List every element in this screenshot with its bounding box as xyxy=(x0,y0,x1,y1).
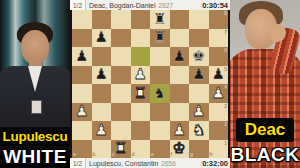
piece-black-rook: ♜ xyxy=(153,11,166,26)
piece-black-pawn: ♟ xyxy=(212,67,225,82)
square-e6[interactable] xyxy=(150,47,170,66)
square-b4[interactable] xyxy=(92,84,112,103)
square-d6[interactable] xyxy=(131,47,151,66)
square-h5[interactable]: ♟5 xyxy=(209,66,229,85)
black-player-rating: 2627 xyxy=(159,2,173,9)
square-c8[interactable] xyxy=(111,10,131,29)
square-d5[interactable]: ♟ xyxy=(131,66,151,85)
square-b5[interactable]: ♟ xyxy=(92,66,112,85)
square-h7[interactable]: 7 xyxy=(209,29,229,48)
square-c7[interactable] xyxy=(111,29,131,48)
square-e5[interactable] xyxy=(150,66,170,85)
piece-white-pawn: ♟ xyxy=(192,104,205,119)
file-label-b: b xyxy=(93,152,96,157)
square-h4[interactable]: ♟4 xyxy=(209,84,229,103)
rank-label-5: 5 xyxy=(224,67,227,72)
square-g2[interactable]: ♞ xyxy=(189,121,209,140)
fist-shape xyxy=(269,24,286,42)
piece-black-pawn: ♟ xyxy=(95,67,108,82)
square-b1[interactable]: b xyxy=(92,140,112,159)
rank-label-6: 6 xyxy=(224,48,227,53)
square-a2[interactable] xyxy=(72,121,92,140)
piece-white-knight: ♞ xyxy=(192,122,205,137)
white-label-text: WHITE xyxy=(3,146,67,168)
square-e7[interactable]: ♜ xyxy=(150,29,170,48)
black-score-badge: 1/2 xyxy=(70,0,86,10)
square-e8[interactable]: ♜ xyxy=(150,10,170,29)
square-e3[interactable] xyxy=(150,103,170,122)
piece-black-pawn: ♟ xyxy=(192,67,205,82)
badge-shape xyxy=(31,100,42,114)
piece-white-rook: ♜ xyxy=(134,85,147,100)
square-a8[interactable] xyxy=(72,10,92,29)
square-d2[interactable] xyxy=(131,121,151,140)
square-e1[interactable]: e xyxy=(150,140,170,159)
piece-white-pawn: ♟ xyxy=(134,67,147,82)
piece-white-rook: ♜ xyxy=(114,141,127,156)
board-frame: ♜8♟♜7♟♟♚6♟♟♟♟5♜♞♟4♟♟3♟♟♞2ab♜cde♚fg1h xyxy=(70,10,230,158)
square-d4[interactable]: ♜ xyxy=(131,84,151,103)
square-d3[interactable] xyxy=(131,103,151,122)
white-score-badge: 1/2 xyxy=(70,158,86,168)
piece-black-rook: ♜ xyxy=(153,30,166,45)
face-shape xyxy=(21,30,49,64)
square-c4[interactable] xyxy=(111,84,131,103)
rank-label-7: 7 xyxy=(224,30,227,35)
broadcast-thumbnail: Lupulescu WHITE 1/2 Deac, Bogdan-Daniel … xyxy=(0,0,300,168)
square-b8[interactable] xyxy=(92,10,112,29)
square-g3[interactable]: ♟ xyxy=(189,103,209,122)
file-label-a: a xyxy=(73,152,76,157)
black-label-text: BLACK xyxy=(231,144,300,166)
square-h2[interactable]: 2 xyxy=(209,121,229,140)
piece-white-pawn: ♟ xyxy=(212,85,225,100)
white-player-panel: Lupulescu WHITE xyxy=(0,0,70,168)
black-player-name-banner: Deac xyxy=(236,118,294,142)
square-a6[interactable]: ♟ xyxy=(72,47,92,66)
rank-label-3: 3 xyxy=(224,104,227,109)
black-label-banner: BLACK xyxy=(230,142,300,168)
white-player-rating: 2656 xyxy=(161,160,175,167)
square-h3[interactable]: 3 xyxy=(209,103,229,122)
square-g5[interactable]: ♟ xyxy=(189,66,209,85)
black-player-clock: 0:30:54 xyxy=(202,1,228,10)
file-label-f: f xyxy=(171,152,173,157)
square-g4[interactable] xyxy=(189,84,209,103)
piece-white-pawn: ♟ xyxy=(95,122,108,137)
white-label-banner: WHITE xyxy=(0,146,70,168)
piece-black-pawn: ♟ xyxy=(173,48,186,63)
square-f2[interactable]: ♟ xyxy=(170,121,190,140)
piece-black-knight: ♞ xyxy=(153,85,166,100)
piece-white-king: ♚ xyxy=(173,141,186,156)
white-player-scorebar: 1/2 Lupulescu, Constantin 2656 0:32:00 xyxy=(70,158,230,168)
square-f4[interactable] xyxy=(170,84,190,103)
square-g1[interactable]: g xyxy=(189,140,209,159)
square-c2[interactable] xyxy=(111,121,131,140)
square-b3[interactable] xyxy=(92,103,112,122)
file-label-d: d xyxy=(132,152,135,157)
piece-black-king: ♚ xyxy=(192,48,205,63)
black-player-scorebar: 1/2 Deac, Bogdan-Daniel 2627 0:30:54 xyxy=(70,0,230,10)
rank-label-4: 4 xyxy=(224,85,227,90)
file-label-g: g xyxy=(190,152,193,157)
piece-white-pawn: ♟ xyxy=(173,122,186,137)
square-c1[interactable]: ♜c xyxy=(111,140,131,159)
white-player-name-text: Lupulescu xyxy=(3,129,68,144)
square-f7[interactable] xyxy=(170,29,190,48)
square-h1[interactable]: 1h xyxy=(209,140,229,159)
square-a1[interactable]: a xyxy=(72,140,92,159)
chess-board: ♜8♟♜7♟♟♚6♟♟♟♟5♜♞♟4♟♟3♟♟♞2ab♜cde♚fg1h xyxy=(72,10,228,158)
square-f1[interactable]: ♚f xyxy=(170,140,190,159)
file-label-c: c xyxy=(112,152,115,157)
square-c5[interactable] xyxy=(111,66,131,85)
white-player-clock: 0:32:00 xyxy=(202,159,228,168)
square-c6[interactable] xyxy=(111,47,131,66)
rank-label-1: 1 xyxy=(224,141,227,146)
square-a3[interactable]: ♟ xyxy=(72,103,92,122)
square-c3[interactable] xyxy=(111,103,131,122)
square-h8[interactable]: 8 xyxy=(209,10,229,29)
rank-label-8: 8 xyxy=(224,11,227,16)
square-a4[interactable] xyxy=(72,84,92,103)
white-player-name: Lupulescu, Constantin xyxy=(89,160,158,167)
square-f5[interactable] xyxy=(170,66,190,85)
square-g6[interactable]: ♚ xyxy=(189,47,209,66)
black-player-panel: Deac BLACK xyxy=(230,0,300,168)
black-player-name: Deac, Bogdan-Daniel xyxy=(89,2,156,9)
piece-black-pawn: ♟ xyxy=(75,48,88,63)
board-column: 1/2 Deac, Bogdan-Daniel 2627 0:30:54 ♜8♟… xyxy=(70,0,230,168)
square-d8[interactable] xyxy=(131,10,151,29)
square-f6[interactable]: ♟ xyxy=(170,47,190,66)
square-b6[interactable] xyxy=(92,47,112,66)
rank-label-2: 2 xyxy=(224,122,227,127)
square-e2[interactable] xyxy=(150,121,170,140)
file-label-h: h xyxy=(210,152,213,157)
square-f8[interactable] xyxy=(170,10,190,29)
piece-white-pawn: ♟ xyxy=(75,104,88,119)
piece-black-pawn: ♟ xyxy=(95,30,108,45)
square-b7[interactable]: ♟ xyxy=(92,29,112,48)
square-h6[interactable]: 6 xyxy=(209,47,229,66)
square-d7[interactable] xyxy=(131,29,151,48)
square-g8[interactable] xyxy=(189,10,209,29)
square-f3[interactable] xyxy=(170,103,190,122)
square-g7[interactable] xyxy=(189,29,209,48)
square-b2[interactable]: ♟ xyxy=(92,121,112,140)
square-d1[interactable]: d xyxy=(131,140,151,159)
file-label-e: e xyxy=(151,152,154,157)
black-player-name-text: Deac xyxy=(245,120,286,140)
white-player-name-banner: Lupulescu xyxy=(0,127,70,146)
square-a7[interactable] xyxy=(72,29,92,48)
square-e4[interactable]: ♞ xyxy=(150,84,170,103)
square-a5[interactable] xyxy=(72,66,92,85)
